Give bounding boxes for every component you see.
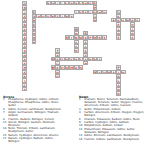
grid-cell[interactable]: S xyxy=(97,57,102,61)
cell-letter: T xyxy=(56,15,59,18)
cell-letter: H xyxy=(52,2,55,5)
cell-letter: E xyxy=(89,2,92,5)
grid-cell[interactable]: O xyxy=(74,48,79,52)
cell-letter: M xyxy=(70,66,73,69)
cell-letter: D xyxy=(103,11,106,14)
cell-letter: D xyxy=(94,58,97,61)
cell-letter: L xyxy=(61,2,64,5)
cell-letter: R xyxy=(75,58,78,61)
cell-number: 5 xyxy=(75,10,76,12)
clue-number: 16 xyxy=(79,139,83,142)
cell-letter: A xyxy=(23,88,26,91)
cell-number: 15 xyxy=(52,66,54,68)
cell-letter: T xyxy=(61,58,64,61)
grid-cell[interactable]: N xyxy=(121,70,126,74)
grid-cell[interactable]: D xyxy=(55,74,60,78)
cell-letter: A xyxy=(112,71,115,74)
cell-letter: O xyxy=(94,36,97,39)
cell-number: 4 xyxy=(33,10,34,12)
down-clue-list: 1Uranium, Nickel, Tellurium, Darmstadtiu… xyxy=(79,99,147,141)
clue-text: Silicon, Nitrogen, Gallium, Polonium, Rh… xyxy=(8,121,55,127)
cell-letter: N xyxy=(84,62,87,65)
cell-letter: A xyxy=(66,66,69,69)
cell-number: 7 xyxy=(33,14,34,16)
cell-letter: E xyxy=(117,36,120,39)
clue-number: 17 xyxy=(3,138,7,141)
cell-letter: I xyxy=(66,2,69,5)
clue-text: Argon, Germanium, Nitrogen, Titanium, So… xyxy=(8,111,59,117)
cell-number: 3 xyxy=(94,1,95,3)
cell-letter: R xyxy=(108,71,111,74)
cell-letter: N xyxy=(84,2,87,5)
cell-letter: D xyxy=(56,75,59,78)
cell-letter: P xyxy=(70,2,73,5)
grid-cell[interactable]: E xyxy=(116,35,121,39)
cell-number: 11 xyxy=(85,31,87,33)
clue-text: Neon, Thorium, Erbium, Lanthanum, Neodym… xyxy=(8,127,55,133)
clue-text: Phosphorus, Hydrogen, Iodine, Lithium, P… xyxy=(8,98,59,107)
clue-text: Protactinium, Potassium, Iodine, Sulfur,… xyxy=(84,128,135,134)
cell-letter: N xyxy=(94,19,97,22)
cell-letter: N xyxy=(89,58,92,61)
cell-letter: E xyxy=(136,19,139,22)
cell-letter: S xyxy=(80,66,83,69)
cell-letter: A xyxy=(75,66,78,69)
cell-letter: I xyxy=(61,15,64,18)
cell-letter: A xyxy=(70,15,73,18)
cell-letter: I xyxy=(70,36,73,39)
grid-cell[interactable]: E xyxy=(135,18,140,22)
clue-item: 16Fluorine, Indium, Lanthanum, Neodymium xyxy=(79,139,147,142)
cell-number: 16 xyxy=(117,66,119,68)
clue-number: 4 xyxy=(79,112,83,115)
cell-letter: E xyxy=(84,11,87,14)
grid-cell[interactable]: N xyxy=(93,18,98,22)
grid-cell[interactable]: D xyxy=(102,10,107,14)
cell-number: 12 xyxy=(66,36,68,38)
cell-letter: H xyxy=(66,58,69,61)
clue-item: 17Barium, Hydrogen, Radium, Iodine, Nitr… xyxy=(3,138,65,144)
cell-letter: N xyxy=(33,41,36,44)
cell-number: 8 xyxy=(113,19,114,21)
cell-number: 2 xyxy=(47,1,48,3)
cell-number: 13 xyxy=(56,49,58,51)
cell-letter: R xyxy=(37,15,40,18)
clue-number: 7 xyxy=(3,112,7,115)
cell-letter: G xyxy=(80,36,83,39)
clue-text: Barium, Hydrogen, Radium, Iodine, Nitrog… xyxy=(8,137,54,143)
cell-letter: A xyxy=(122,19,125,22)
cell-letter: E xyxy=(70,58,73,61)
grid-cell[interactable]: A xyxy=(22,87,27,91)
clue-text: Carbon, Americium, Erbium, Oxygen, Oxyge… xyxy=(84,111,144,117)
cell-number: 1 xyxy=(24,1,25,3)
cell-letter: S xyxy=(98,58,101,61)
across-clue-list: 2Phosphorus, Hydrogen, Iodine, Lithium, … xyxy=(3,99,65,144)
grid-cell[interactable]: S xyxy=(79,65,84,69)
clue-number: 2 xyxy=(3,99,7,102)
cell-number: 6 xyxy=(117,10,118,12)
empty-cell xyxy=(140,91,145,95)
grid-cell[interactable]: N xyxy=(83,61,88,65)
clue-number: 11 xyxy=(79,129,83,132)
cell-letter: P xyxy=(75,2,78,5)
cell-letter: E xyxy=(103,36,106,39)
cell-letter: H xyxy=(103,71,106,74)
clue-text: Uranium, Nickel, Tellurium, Darmstadtium… xyxy=(84,98,143,107)
cell-number: 10 xyxy=(75,27,77,29)
cell-letter: R xyxy=(98,36,101,39)
grid-cell[interactable]: A xyxy=(130,35,135,39)
grid-cell[interactable]: A xyxy=(69,14,74,18)
cell-letter: L xyxy=(89,11,92,14)
grid-cell[interactable]: D xyxy=(116,91,121,95)
cell-letter: O xyxy=(75,49,78,52)
cell-number: 14 xyxy=(52,57,54,59)
grid-cell[interactable]: E xyxy=(102,35,107,39)
cell-number: 17 xyxy=(94,70,96,72)
cell-letter: N xyxy=(98,11,101,14)
cell-letter: H xyxy=(61,66,64,69)
clue-text: Fluorine, Indium, Lanthanum, Neodymium xyxy=(84,138,139,141)
cell-letter: N xyxy=(122,71,125,74)
grid-cell[interactable]: N xyxy=(32,40,37,44)
cell-letter: E xyxy=(47,15,50,18)
clue-number: 1 xyxy=(79,99,83,102)
clue-number: 14 xyxy=(3,128,7,131)
cell-number: 9 xyxy=(131,19,132,21)
cell-letter: A xyxy=(131,36,134,39)
crossword-grid: 1U2PHILIPPINE3SNPI4C5ICELAND6UT7ARGENTIN… xyxy=(13,1,144,96)
cell-letter: A xyxy=(98,71,101,74)
cell-letter: N xyxy=(52,15,55,18)
across-clues: Across 2Phosphorus, Hydrogen, Iodine, Li… xyxy=(3,96,65,145)
clue-number: 12 xyxy=(3,122,7,125)
cell-letter: N xyxy=(66,15,69,18)
cell-letter: G xyxy=(42,15,45,18)
down-clues: Down 1Uranium, Nickel, Tellurium, Darmst… xyxy=(79,96,147,142)
cell-letter: L xyxy=(80,58,83,61)
cell-letter: I xyxy=(80,2,83,5)
cell-letter: C xyxy=(80,11,83,14)
cell-letter: P xyxy=(89,36,92,39)
cell-letter: N xyxy=(127,19,130,22)
cell-letter: I xyxy=(56,2,59,5)
